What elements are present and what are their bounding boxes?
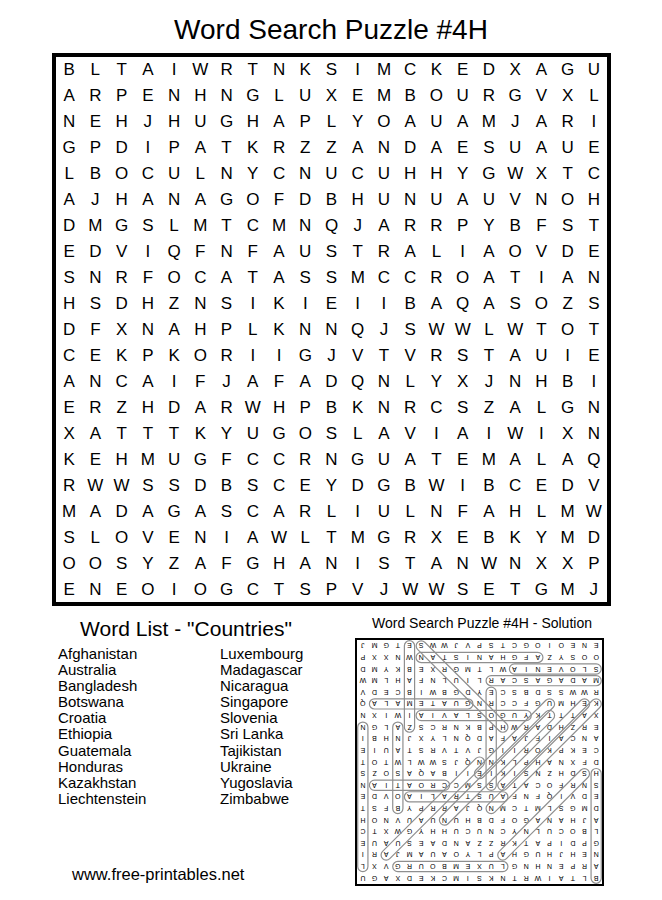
grid-cell: G — [292, 342, 318, 368]
solution-cell: B — [392, 803, 404, 815]
solution-cell: B — [404, 663, 416, 675]
solution-cell: M — [404, 849, 416, 861]
grid-cell: L — [318, 498, 344, 524]
solution-cell: U — [450, 698, 462, 710]
solution-cell: S — [415, 745, 427, 757]
grid-cell: A — [476, 498, 502, 524]
grid-cell: T — [423, 446, 449, 472]
solution-cell: N — [474, 652, 486, 664]
solution-cell: W — [415, 756, 427, 768]
grid-cell: R — [213, 57, 239, 83]
grid-cell: I — [135, 239, 161, 265]
grid-cell: A — [56, 187, 82, 213]
word-list-item: Guatemala — [58, 743, 146, 759]
solution-cell: U — [427, 849, 439, 861]
solution-cell: G — [590, 838, 602, 850]
solution-cell: V — [439, 710, 451, 722]
grid-cell: U — [371, 187, 397, 213]
grid-cell: Y — [240, 161, 266, 187]
solution-cell: L — [532, 826, 544, 838]
grid-cell: B — [318, 187, 344, 213]
solution-letter-grid: BLTAIWRTNKSIMCKEDXAGUARPENHNGLUXEMBOURGV… — [357, 640, 602, 884]
grid-cell: I — [528, 420, 554, 446]
solution-cell: I — [415, 686, 427, 698]
grid-cell: G — [502, 83, 528, 109]
grid-cell: Z — [108, 394, 134, 420]
solution-cell: A — [544, 756, 556, 768]
solution-cell: G — [462, 698, 474, 710]
solution-cell: K — [590, 698, 602, 710]
grid-cell: W — [502, 161, 528, 187]
grid-cell: M — [555, 524, 581, 550]
grid-cell: G — [528, 576, 554, 602]
solution-cell: P — [485, 849, 497, 861]
solution-cell: C — [509, 675, 521, 687]
grid-cell: B — [476, 472, 502, 498]
grid-cell: P — [161, 135, 187, 161]
solution-cell: V — [439, 745, 451, 757]
grid-cell: V — [502, 187, 528, 213]
word-list-item: Nicaragua — [220, 678, 303, 694]
grid-cell: S — [108, 550, 134, 576]
solution-cell: I — [509, 745, 521, 757]
grid-cell: U — [318, 161, 344, 187]
grid-cell: R — [82, 83, 108, 109]
solution-cell: C — [497, 826, 509, 838]
solution-cell: A — [532, 721, 544, 733]
solution-cell: H — [380, 733, 392, 745]
grid-cell: C — [56, 342, 82, 368]
grid-cell: F — [266, 368, 292, 394]
solution-cell: W — [509, 721, 521, 733]
grid-cell: I — [135, 135, 161, 161]
grid-cell: S — [371, 550, 397, 576]
grid-cell: S — [213, 498, 239, 524]
solution-cell: E — [590, 640, 602, 652]
grid-cell: R — [213, 394, 239, 420]
solution-cell: S — [450, 652, 462, 664]
solution-cell: A — [555, 814, 567, 826]
solution-cell: N — [497, 872, 509, 884]
solution-cell: O — [567, 826, 579, 838]
grid-cell: K — [266, 291, 292, 317]
grid-cell: D — [56, 317, 82, 343]
solution-cell: B — [404, 686, 416, 698]
grid-cell: S — [318, 239, 344, 265]
grid-cell: G — [240, 83, 266, 109]
grid-cell: U — [371, 446, 397, 472]
solution-cell: E — [415, 838, 427, 850]
grid-cell: S — [318, 420, 344, 446]
solution-cell: V — [357, 686, 369, 698]
solution-cell: W — [392, 710, 404, 722]
grid-cell: W — [266, 524, 292, 550]
grid-cell: B — [555, 368, 581, 394]
grid-cell: I — [345, 498, 371, 524]
solution-cell: M — [579, 803, 591, 815]
solution-cell: A — [590, 861, 602, 873]
grid-cell: A — [187, 187, 213, 213]
grid-cell: C — [240, 446, 266, 472]
grid-cell: C — [135, 161, 161, 187]
grid-cell: A — [397, 446, 423, 472]
solution-cell: I — [404, 710, 416, 722]
grid-cell: E — [581, 239, 607, 265]
solution-cell: L — [474, 849, 486, 861]
grid-cell: D — [82, 239, 108, 265]
grid-cell: H — [108, 109, 134, 135]
grid-cell: T — [555, 161, 581, 187]
solution-cell: S — [415, 640, 427, 652]
grid-cell: U — [292, 83, 318, 109]
solution-cell: J — [555, 849, 567, 861]
solution-cell: G — [497, 710, 509, 722]
grid-cell: C — [345, 161, 371, 187]
grid-cell: W — [502, 317, 528, 343]
grid-cell: R — [371, 239, 397, 265]
grid-cell: A — [528, 57, 554, 83]
grid-cell: O — [555, 317, 581, 343]
solution-cell: T — [357, 803, 369, 815]
grid-cell: U — [161, 161, 187, 187]
solution-cell: S — [590, 663, 602, 675]
solution-cell: X — [392, 872, 404, 884]
grid-cell: X — [555, 550, 581, 576]
solution-cell: N — [544, 861, 556, 873]
solution-cell: A — [450, 710, 462, 722]
solution-cell: L — [404, 756, 416, 768]
grid-cell: T — [502, 576, 528, 602]
grid-cell: N — [135, 317, 161, 343]
grid-cell: O — [371, 109, 397, 135]
solution-cell: N — [474, 698, 486, 710]
solution-cell: C — [439, 872, 451, 884]
grid-cell: N — [82, 265, 108, 291]
grid-cell: A — [135, 187, 161, 213]
grid-cell: M — [555, 498, 581, 524]
solution-cell: N — [357, 779, 369, 791]
grid-cell: P — [318, 576, 344, 602]
grid-cell: H — [502, 498, 528, 524]
solution-cell: F — [532, 791, 544, 803]
solution-cell: S — [590, 779, 602, 791]
solution-cell: X — [369, 710, 381, 722]
solution-cell: A — [555, 733, 567, 745]
grid-cell: D — [555, 239, 581, 265]
solution-cell: N — [579, 779, 591, 791]
solution-cell: S — [520, 768, 532, 780]
solution-cell: G — [509, 652, 521, 664]
solution-cell: W — [357, 675, 369, 687]
solution-cell: R — [450, 791, 462, 803]
solution-cell: P — [579, 838, 591, 850]
solution-cell: A — [427, 652, 439, 664]
solution-cell: I — [497, 745, 509, 757]
solution-cell: E — [555, 861, 567, 873]
grid-cell: Y — [345, 109, 371, 135]
solution-cell: T — [357, 756, 369, 768]
grid-cell: A — [240, 524, 266, 550]
grid-cell: R — [108, 265, 134, 291]
solution-cell: N — [520, 826, 532, 838]
grid-cell: K — [161, 342, 187, 368]
solution-cell: A — [590, 733, 602, 745]
solution-cell: U — [357, 872, 369, 884]
grid-cell: J — [135, 109, 161, 135]
solution-cell: L — [462, 710, 474, 722]
solution-cell: R — [579, 861, 591, 873]
word-list-item: Kazakhstan — [58, 775, 146, 791]
solution-cell: G — [380, 640, 392, 652]
grid-cell: G — [555, 57, 581, 83]
grid-cell: V — [108, 239, 134, 265]
solution-cell: U — [485, 861, 497, 873]
solution-cell: U — [404, 814, 416, 826]
grid-cell: L — [266, 83, 292, 109]
grid-cell: V — [345, 576, 371, 602]
grid-cell: T — [581, 317, 607, 343]
solution-cell: A — [439, 698, 451, 710]
solution-cell: F — [497, 733, 509, 745]
grid-cell: D — [397, 135, 423, 161]
grid-cell: J — [371, 317, 397, 343]
solution-cell: A — [497, 779, 509, 791]
solution-cell: H — [357, 814, 369, 826]
grid-cell: L — [581, 83, 607, 109]
grid-cell: S — [555, 213, 581, 239]
grid-cell: I — [161, 576, 187, 602]
grid-cell: U — [240, 420, 266, 446]
solution-cell: R — [520, 721, 532, 733]
solution-cell: N — [450, 721, 462, 733]
grid-cell: W — [108, 472, 134, 498]
grid-cell: O — [161, 265, 187, 291]
solution-cell: D — [567, 768, 579, 780]
grid-cell: N — [502, 368, 528, 394]
grid-cell: A — [161, 317, 187, 343]
grid-cell: S — [476, 135, 502, 161]
grid-cell: A — [135, 57, 161, 83]
solution-cell: N — [544, 814, 556, 826]
grid-cell: Y — [528, 524, 554, 550]
grid-cell: Q — [345, 317, 371, 343]
grid-cell: T — [371, 342, 397, 368]
solution-cell: S — [555, 803, 567, 815]
solution-cell: I — [462, 675, 474, 687]
solution-cell: R — [439, 721, 451, 733]
grid-cell: G — [161, 498, 187, 524]
grid-cell: G — [476, 161, 502, 187]
solution-cell: F — [497, 814, 509, 826]
solution-cell: Z — [404, 721, 416, 733]
solution-cell: R — [427, 803, 439, 815]
grid-cell: T — [528, 317, 554, 343]
solution-cell: P — [555, 745, 567, 757]
solution-cell: U — [392, 838, 404, 850]
solution-cell: P — [415, 803, 427, 815]
solution-cell: O — [532, 745, 544, 757]
grid-cell: A — [82, 420, 108, 446]
grid-cell: E — [476, 576, 502, 602]
grid-cell: W — [423, 317, 449, 343]
solution-cell: M — [462, 663, 474, 675]
word-list-item: Afghanistan — [58, 646, 146, 662]
grid-cell: L — [528, 498, 554, 524]
solution-cell: F — [532, 733, 544, 745]
solution-cell: N — [485, 756, 497, 768]
grid-cell: N — [581, 420, 607, 446]
solution-cell: E — [474, 768, 486, 780]
solution-cell: W — [427, 640, 439, 652]
grid-cell: B — [502, 213, 528, 239]
word-list-item: Honduras — [58, 759, 146, 775]
solution-cell: D — [590, 803, 602, 815]
solution-cell: O — [485, 710, 497, 722]
grid-cell: A — [371, 420, 397, 446]
solution-cell: K — [509, 838, 521, 850]
grid-cell: U — [555, 135, 581, 161]
grid-cell: H — [187, 317, 213, 343]
grid-cell: D — [555, 472, 581, 498]
grid-cell: Q — [345, 368, 371, 394]
grid-cell: E — [56, 576, 82, 602]
solution-cell: Z — [544, 652, 556, 664]
grid-cell: X — [56, 420, 82, 446]
solution-cell: R — [579, 721, 591, 733]
solution-cell: A — [392, 721, 404, 733]
grid-cell: O — [82, 550, 108, 576]
grid-cell: T — [345, 239, 371, 265]
word-list-column-2: LuxembourgMadagascarNicaraguaSingaporeSl… — [220, 646, 303, 807]
solution-cell: A — [497, 675, 509, 687]
solution-cell: Q — [474, 803, 486, 815]
solution-cell: E — [590, 791, 602, 803]
solution-cell: Q — [357, 698, 369, 710]
grid-cell: R — [56, 472, 82, 498]
grid-cell: S — [318, 265, 344, 291]
grid-cell: D — [161, 394, 187, 420]
solution-cell: P — [485, 721, 497, 733]
grid-cell: N — [161, 187, 187, 213]
word-list-item: Sri Lanka — [220, 726, 303, 742]
grid-cell: E — [318, 291, 344, 317]
solution-cell: G — [450, 663, 462, 675]
grid-cell: L — [82, 524, 108, 550]
solution-cell: Y — [404, 803, 416, 815]
grid-cell: A — [371, 213, 397, 239]
solution-cell: S — [509, 686, 521, 698]
solution-cell: C — [392, 686, 404, 698]
grid-cell: Y — [423, 368, 449, 394]
solution-cell: S — [415, 721, 427, 733]
solution-cell: O — [590, 652, 602, 664]
grid-cell: G — [555, 394, 581, 420]
solution-cell: L — [380, 698, 392, 710]
solution-cell: J — [579, 814, 591, 826]
solution-cell: A — [497, 849, 509, 861]
grid-cell: W — [476, 550, 502, 576]
solution-cell: A — [555, 872, 567, 884]
solution-cell: T — [392, 779, 404, 791]
solution-cell: A — [427, 768, 439, 780]
grid-cell: X — [528, 550, 554, 576]
solution-cell: H — [427, 826, 439, 838]
solution-cell: T — [509, 872, 521, 884]
grid-cell: G — [213, 576, 239, 602]
solution-cell: C — [555, 826, 567, 838]
solution-cell: S — [485, 640, 497, 652]
grid-cell: C — [240, 213, 266, 239]
grid-cell: T — [240, 265, 266, 291]
grid-cell: G — [187, 446, 213, 472]
solution-cell: H — [555, 768, 567, 780]
solution-cell: A — [579, 710, 591, 722]
grid-cell: A — [423, 550, 449, 576]
grid-cell: F — [213, 446, 239, 472]
solution-cell: O — [380, 768, 392, 780]
grid-cell: N — [187, 524, 213, 550]
solution-cell: G — [532, 698, 544, 710]
grid-cell: T — [135, 420, 161, 446]
solution-cell: E — [462, 861, 474, 873]
solution-cell: L — [485, 663, 497, 675]
solution-cell: O — [369, 756, 381, 768]
solution-cell: A — [532, 838, 544, 850]
solution-cell: W — [427, 686, 439, 698]
grid-cell: D — [108, 498, 134, 524]
solution-cell: M — [404, 698, 416, 710]
solution-cell: U — [450, 675, 462, 687]
grid-cell: M — [56, 498, 82, 524]
solution-cell: L — [357, 861, 369, 873]
solution-cell: G — [450, 686, 462, 698]
grid-cell: Z — [476, 394, 502, 420]
solution-cell: V — [462, 745, 474, 757]
solution-cell: U — [544, 698, 556, 710]
solution-cell: S — [392, 768, 404, 780]
grid-cell: S — [502, 291, 528, 317]
solution-cell: J — [450, 756, 462, 768]
grid-cell: C — [240, 498, 266, 524]
grid-cell: F — [82, 317, 108, 343]
grid-cell: C — [581, 161, 607, 187]
solution-cell: L — [439, 733, 451, 745]
grid-cell: S — [318, 57, 344, 83]
solution-cell: E — [485, 686, 497, 698]
solution-cell: W — [392, 756, 404, 768]
grid-cell: Z — [318, 135, 344, 161]
solution-cell: A — [509, 733, 521, 745]
grid-cell: A — [292, 550, 318, 576]
solution-cell: T — [404, 745, 416, 757]
solution-cell: O — [369, 814, 381, 826]
grid-cell: P — [581, 550, 607, 576]
solution-cell: I — [369, 745, 381, 757]
solution-cell: W — [567, 686, 579, 698]
grid-cell: S — [292, 265, 318, 291]
solution-cell: A — [415, 849, 427, 861]
solution-cell: T — [369, 826, 381, 838]
word-list-item: Liechtenstein — [58, 791, 146, 807]
puzzle-title: Word Search Puzzle #4H — [0, 14, 662, 46]
solution-cell: E — [380, 686, 392, 698]
solution-cell: H — [532, 861, 544, 873]
solution-cell: T — [567, 710, 579, 722]
word-list-item: Yugoslavia — [220, 775, 303, 791]
solution-cell: C — [439, 779, 451, 791]
solution-cell: H — [497, 721, 509, 733]
solution-cell: W — [579, 686, 591, 698]
